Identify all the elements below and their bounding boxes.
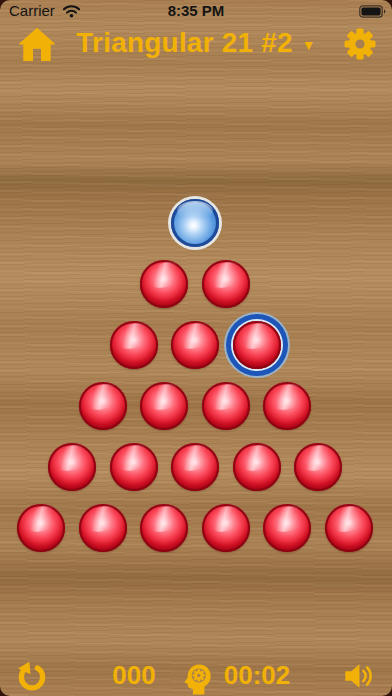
red-peg[interactable] [48,443,96,491]
timer-label: 00:02 [221,659,293,691]
move-counter: 000 [104,659,164,691]
red-peg[interactable] [17,504,65,552]
red-peg[interactable] [110,443,158,491]
red-peg[interactable] [171,321,219,369]
red-peg[interactable] [202,260,250,308]
red-peg[interactable] [202,504,250,552]
speaker-icon[interactable] [342,659,376,693]
red-peg[interactable] [263,504,311,552]
red-peg[interactable] [171,443,219,491]
undo-restart-icon[interactable] [15,659,49,693]
red-peg[interactable] [263,382,311,430]
red-peg[interactable] [79,382,127,430]
red-peg[interactable] [110,321,158,369]
red-peg[interactable] [79,504,127,552]
footer-bar: 000 00:02 [0,638,392,696]
red-peg[interactable] [202,382,250,430]
empty-hole[interactable] [171,199,219,247]
selected-peg[interactable] [233,321,281,369]
red-peg[interactable] [325,504,373,552]
board [0,0,392,696]
red-peg[interactable] [140,382,188,430]
red-peg[interactable] [140,504,188,552]
red-peg[interactable] [233,443,281,491]
app-screen: Carrier 8:35 PM Triangular 21 #2 ▼ [0,0,392,696]
red-peg[interactable] [294,443,342,491]
red-peg[interactable] [140,260,188,308]
hint-head-gear-icon[interactable] [181,659,215,693]
